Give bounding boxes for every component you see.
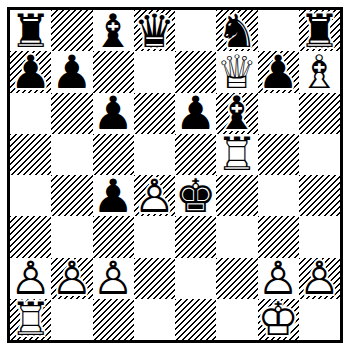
piece-black-pawn: ♟♟ bbox=[258, 49, 299, 95]
square-e8[interactable] bbox=[175, 10, 216, 51]
piece-black-king: ♚♚ bbox=[175, 173, 216, 219]
black-pawn-icon: ♟ bbox=[258, 45, 299, 99]
square-h1[interactable] bbox=[299, 299, 340, 340]
square-b4[interactable] bbox=[51, 175, 92, 216]
square-e3[interactable] bbox=[175, 216, 216, 257]
piece-white-bishop: ♝♗ bbox=[299, 49, 340, 95]
chess-board: ♜♜♝♝♛♛♞♞♜♜♟♟♟♟♛♕♟♟♝♗♟♟♟♟♝♝♜♖♟♟♟♙♚♚♟♙♟♙♟♙… bbox=[10, 10, 340, 340]
piece-black-pawn: ♟♟ bbox=[175, 90, 216, 136]
piece-white-pawn: ♟♙ bbox=[134, 173, 175, 219]
piece-black-queen: ♛♛ bbox=[134, 8, 175, 54]
square-a1[interactable]: ♜♖ bbox=[10, 299, 51, 340]
white-pawn-icon: ♙ bbox=[299, 251, 340, 305]
square-d8[interactable]: ♛♛ bbox=[134, 10, 175, 51]
piece-white-rook: ♜♖ bbox=[10, 296, 51, 342]
white-rook-icon: ♖ bbox=[216, 127, 257, 181]
square-a4[interactable] bbox=[10, 175, 51, 216]
piece-white-king: ♚♔ bbox=[258, 296, 299, 342]
piece-white-pawn: ♟♙ bbox=[51, 255, 92, 301]
square-f4[interactable] bbox=[216, 175, 257, 216]
white-pawn-icon: ♙ bbox=[93, 251, 134, 305]
square-a5[interactable] bbox=[10, 134, 51, 175]
black-pawn-icon: ♟ bbox=[93, 169, 134, 223]
piece-black-pawn: ♟♟ bbox=[51, 49, 92, 95]
square-c4[interactable]: ♟♟ bbox=[93, 175, 134, 216]
square-g5[interactable] bbox=[258, 134, 299, 175]
square-d2[interactable] bbox=[134, 258, 175, 299]
square-e4[interactable]: ♚♚ bbox=[175, 175, 216, 216]
square-b7[interactable]: ♟♟ bbox=[51, 51, 92, 92]
square-c2[interactable]: ♟♙ bbox=[93, 258, 134, 299]
square-a7[interactable]: ♟♟ bbox=[10, 51, 51, 92]
black-king-icon: ♚ bbox=[175, 169, 216, 223]
square-e2[interactable] bbox=[175, 258, 216, 299]
square-c1[interactable] bbox=[93, 299, 134, 340]
square-f1[interactable] bbox=[216, 299, 257, 340]
black-bishop-icon: ♝ bbox=[93, 4, 134, 58]
square-e6[interactable]: ♟♟ bbox=[175, 93, 216, 134]
black-queen-icon: ♛ bbox=[134, 4, 175, 58]
chess-diagram: ♜♜♝♝♛♛♞♞♜♜♟♟♟♟♛♕♟♟♝♗♟♟♟♟♝♝♜♖♟♟♟♙♚♚♟♙♟♙♟♙… bbox=[0, 0, 350, 350]
board-frame: ♜♜♝♝♛♛♞♞♜♜♟♟♟♟♛♕♟♟♝♗♟♟♟♟♝♝♜♖♟♟♟♙♚♚♟♙♟♙♟♙… bbox=[7, 7, 343, 343]
square-g1[interactable]: ♚♔ bbox=[258, 299, 299, 340]
square-h7[interactable]: ♝♗ bbox=[299, 51, 340, 92]
square-f5[interactable]: ♜♖ bbox=[216, 134, 257, 175]
white-king-icon: ♔ bbox=[258, 292, 299, 346]
square-e1[interactable] bbox=[175, 299, 216, 340]
square-g6[interactable] bbox=[258, 93, 299, 134]
square-h5[interactable] bbox=[299, 134, 340, 175]
piece-white-pawn: ♟♙ bbox=[299, 255, 340, 301]
black-pawn-icon: ♟ bbox=[175, 86, 216, 140]
square-a6[interactable] bbox=[10, 93, 51, 134]
square-d1[interactable] bbox=[134, 299, 175, 340]
white-rook-icon: ♖ bbox=[10, 292, 51, 346]
square-d7[interactable] bbox=[134, 51, 175, 92]
piece-white-rook: ♜♖ bbox=[216, 131, 257, 177]
square-d6[interactable] bbox=[134, 93, 175, 134]
square-f3[interactable] bbox=[216, 216, 257, 257]
square-d3[interactable] bbox=[134, 216, 175, 257]
piece-black-pawn: ♟♟ bbox=[10, 49, 51, 95]
square-h6[interactable] bbox=[299, 93, 340, 134]
black-pawn-icon: ♟ bbox=[10, 45, 51, 99]
square-f2[interactable] bbox=[216, 258, 257, 299]
square-c6[interactable]: ♟♟ bbox=[93, 93, 134, 134]
square-b1[interactable] bbox=[51, 299, 92, 340]
piece-white-pawn: ♟♙ bbox=[93, 255, 134, 301]
piece-black-pawn: ♟♟ bbox=[93, 90, 134, 136]
square-h4[interactable] bbox=[299, 175, 340, 216]
white-pawn-icon: ♙ bbox=[51, 251, 92, 305]
square-c8[interactable]: ♝♝ bbox=[93, 10, 134, 51]
piece-black-pawn: ♟♟ bbox=[93, 173, 134, 219]
square-h2[interactable]: ♟♙ bbox=[299, 258, 340, 299]
square-g7[interactable]: ♟♟ bbox=[258, 51, 299, 92]
square-d4[interactable]: ♟♙ bbox=[134, 175, 175, 216]
white-bishop-icon: ♗ bbox=[299, 45, 340, 99]
square-g4[interactable] bbox=[258, 175, 299, 216]
white-pawn-icon: ♙ bbox=[134, 169, 175, 223]
black-pawn-icon: ♟ bbox=[93, 86, 134, 140]
piece-black-bishop: ♝♝ bbox=[93, 8, 134, 54]
square-b6[interactable] bbox=[51, 93, 92, 134]
square-b2[interactable]: ♟♙ bbox=[51, 258, 92, 299]
square-b5[interactable] bbox=[51, 134, 92, 175]
black-pawn-icon: ♟ bbox=[51, 45, 92, 99]
